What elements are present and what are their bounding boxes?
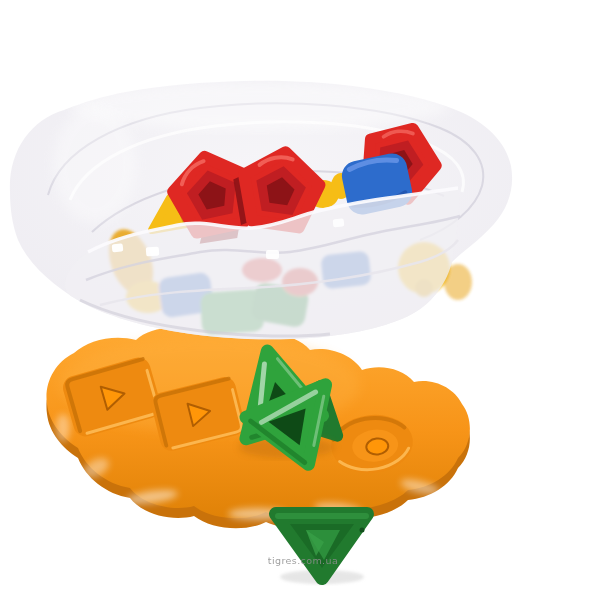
toy-scene: tigres.com.ua <box>0 0 600 600</box>
storage-container <box>10 81 512 340</box>
peg-hole-dot <box>360 528 365 533</box>
ground-green-triangle <box>276 514 367 578</box>
watermark-text: tigres.com.ua <box>268 555 338 566</box>
product-photo: tigres.com.ua <box>0 0 600 600</box>
sorting-board <box>46 326 469 529</box>
